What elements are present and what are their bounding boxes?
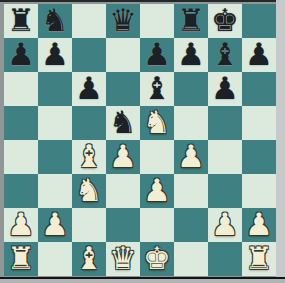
square-a7[interactable]: ♟ — [4, 38, 38, 72]
square-f6[interactable] — [174, 72, 208, 106]
square-b1[interactable] — [38, 242, 72, 276]
square-c6[interactable]: ♟ — [72, 72, 106, 106]
square-e7[interactable]: ♟ — [140, 38, 174, 72]
square-g6[interactable]: ♟ — [208, 72, 242, 106]
square-d2[interactable] — [106, 208, 140, 242]
black-pawn-piece[interactable]: ♟ — [41, 37, 69, 71]
square-g7[interactable]: ♝ — [208, 38, 242, 72]
chess-board-frame: ♜♞♛♜♚♟♟♟♟♝♟♟♝♟♞♞♝♟♟♞♟♟♟♟♟♜♝♛♚♜ — [0, 0, 285, 283]
black-pawn-piece[interactable]: ♟ — [143, 37, 171, 71]
square-f8[interactable]: ♜ — [174, 4, 208, 38]
black-bishop-piece[interactable]: ♝ — [143, 71, 171, 105]
square-f4[interactable]: ♟ — [174, 140, 208, 174]
white-pawn-piece[interactable]: ♟ — [245, 207, 273, 241]
white-knight-piece[interactable]: ♞ — [143, 105, 171, 139]
square-e2[interactable] — [140, 208, 174, 242]
square-c1[interactable]: ♝ — [72, 242, 106, 276]
black-bishop-piece[interactable]: ♝ — [211, 37, 239, 71]
white-pawn-piece[interactable]: ♟ — [177, 139, 205, 173]
square-e6[interactable]: ♝ — [140, 72, 174, 106]
square-b8[interactable]: ♞ — [38, 4, 72, 38]
white-rook-piece[interactable]: ♜ — [245, 241, 273, 275]
black-knight-piece[interactable]: ♞ — [109, 105, 137, 139]
frame-bottom-line — [0, 277, 285, 279]
square-a1[interactable]: ♜ — [4, 242, 38, 276]
square-f2[interactable] — [174, 208, 208, 242]
square-f7[interactable]: ♟ — [174, 38, 208, 72]
square-a2[interactable]: ♟ — [4, 208, 38, 242]
black-pawn-piece[interactable]: ♟ — [177, 37, 205, 71]
white-knight-piece[interactable]: ♞ — [75, 173, 103, 207]
square-f1[interactable] — [174, 242, 208, 276]
square-d4[interactable]: ♟ — [106, 140, 140, 174]
square-e5[interactable]: ♞ — [140, 106, 174, 140]
square-c2[interactable] — [72, 208, 106, 242]
square-a5[interactable] — [4, 106, 38, 140]
square-a3[interactable] — [4, 174, 38, 208]
black-queen-piece[interactable]: ♛ — [109, 3, 137, 37]
square-h1[interactable]: ♜ — [242, 242, 276, 276]
white-queen-piece[interactable]: ♛ — [109, 241, 137, 275]
white-pawn-piece[interactable]: ♟ — [7, 207, 35, 241]
black-rook-piece[interactable]: ♜ — [7, 3, 35, 37]
square-b3[interactable] — [38, 174, 72, 208]
square-g4[interactable] — [208, 140, 242, 174]
black-pawn-piece[interactable]: ♟ — [7, 37, 35, 71]
square-a4[interactable] — [4, 140, 38, 174]
square-b5[interactable] — [38, 106, 72, 140]
square-c4[interactable]: ♝ — [72, 140, 106, 174]
square-h8[interactable] — [242, 4, 276, 38]
square-b6[interactable] — [38, 72, 72, 106]
square-d8[interactable]: ♛ — [106, 4, 140, 38]
square-b7[interactable]: ♟ — [38, 38, 72, 72]
square-a6[interactable] — [4, 72, 38, 106]
square-e8[interactable] — [140, 4, 174, 38]
square-f3[interactable] — [174, 174, 208, 208]
square-h4[interactable] — [242, 140, 276, 174]
square-c7[interactable] — [72, 38, 106, 72]
square-c3[interactable]: ♞ — [72, 174, 106, 208]
square-e1[interactable]: ♚ — [140, 242, 174, 276]
square-f5[interactable] — [174, 106, 208, 140]
square-c8[interactable] — [72, 4, 106, 38]
square-h7[interactable]: ♟ — [242, 38, 276, 72]
square-a8[interactable]: ♜ — [4, 4, 38, 38]
white-rook-piece[interactable]: ♜ — [7, 241, 35, 275]
square-g8[interactable]: ♚ — [208, 4, 242, 38]
frame-right-edge — [276, 0, 285, 283]
square-b2[interactable]: ♟ — [38, 208, 72, 242]
square-e4[interactable] — [140, 140, 174, 174]
square-c5[interactable] — [72, 106, 106, 140]
square-d1[interactable]: ♛ — [106, 242, 140, 276]
square-d5[interactable]: ♞ — [106, 106, 140, 140]
square-h2[interactable]: ♟ — [242, 208, 276, 242]
white-king-piece[interactable]: ♚ — [143, 241, 171, 275]
square-d6[interactable] — [106, 72, 140, 106]
white-pawn-piece[interactable]: ♟ — [143, 173, 171, 207]
black-pawn-piece[interactable]: ♟ — [75, 71, 103, 105]
black-pawn-piece[interactable]: ♟ — [211, 71, 239, 105]
square-g2[interactable]: ♟ — [208, 208, 242, 242]
square-g1[interactable] — [208, 242, 242, 276]
chess-board: ♜♞♛♜♚♟♟♟♟♝♟♟♝♟♞♞♝♟♟♞♟♟♟♟♟♜♝♛♚♜ — [4, 4, 276, 276]
white-pawn-piece[interactable]: ♟ — [41, 207, 69, 241]
white-pawn-piece[interactable]: ♟ — [109, 139, 137, 173]
square-h3[interactable] — [242, 174, 276, 208]
black-pawn-piece[interactable]: ♟ — [245, 37, 273, 71]
square-d3[interactable] — [106, 174, 140, 208]
white-pawn-piece[interactable]: ♟ — [211, 207, 239, 241]
black-knight-piece[interactable]: ♞ — [41, 3, 69, 37]
square-h5[interactable] — [242, 106, 276, 140]
black-rook-piece[interactable]: ♜ — [177, 3, 205, 37]
square-g5[interactable] — [208, 106, 242, 140]
black-king-piece[interactable]: ♚ — [211, 3, 239, 37]
white-bishop-piece[interactable]: ♝ — [75, 241, 103, 275]
square-b4[interactable] — [38, 140, 72, 174]
square-g3[interactable] — [208, 174, 242, 208]
square-d7[interactable] — [106, 38, 140, 72]
square-e3[interactable]: ♟ — [140, 174, 174, 208]
square-h6[interactable] — [242, 72, 276, 106]
frame-bottom-edge — [0, 279, 285, 283]
white-bishop-piece[interactable]: ♝ — [75, 139, 103, 173]
